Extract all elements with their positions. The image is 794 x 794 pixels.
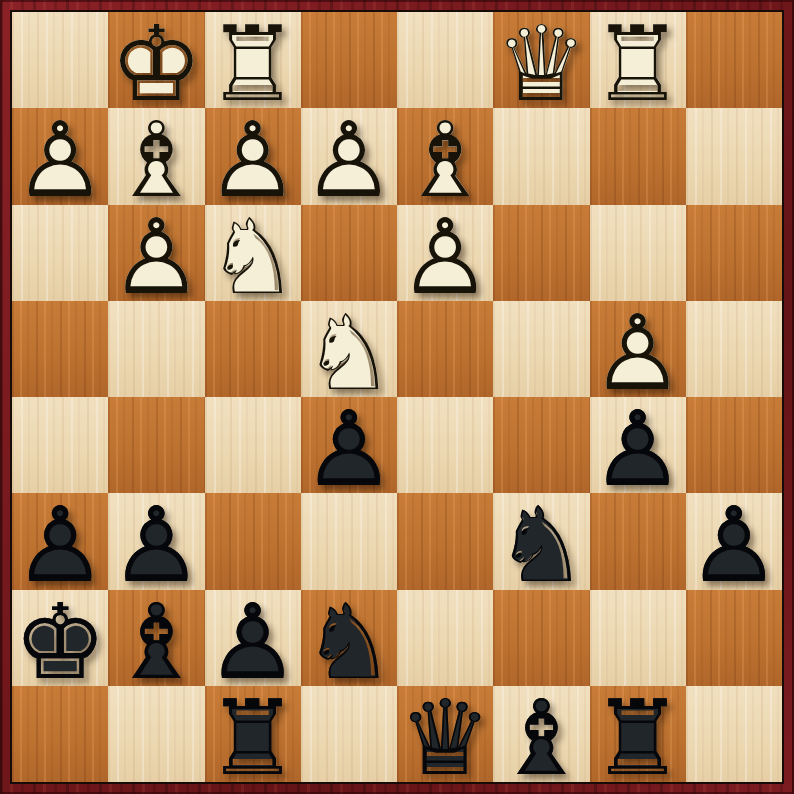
white-pawn-outline: ♙ xyxy=(205,112,301,208)
black-queen-outline: ♕ xyxy=(397,690,493,786)
black-pawn: ♟♙ xyxy=(590,397,686,493)
white-pawn: ♟♙ xyxy=(301,108,397,204)
white-bishop-fill: ♝ xyxy=(108,112,204,208)
board-square[interactable]: ♝♗ xyxy=(108,108,204,204)
board-square[interactable] xyxy=(301,686,397,782)
board-square[interactable] xyxy=(590,590,686,686)
white-bishop-outline: ♗ xyxy=(397,112,493,208)
board-square[interactable] xyxy=(686,12,782,108)
board-square[interactable]: ♟♙ xyxy=(397,205,493,301)
board-square[interactable]: ♟♙ xyxy=(12,493,108,589)
board-square[interactable] xyxy=(493,590,589,686)
board-square[interactable]: ♟♙ xyxy=(108,493,204,589)
white-bishop-fill: ♝ xyxy=(397,112,493,208)
board-square[interactable] xyxy=(301,12,397,108)
board-square[interactable]: ♞♘ xyxy=(301,301,397,397)
black-pawn: ♟♙ xyxy=(205,590,301,686)
board-square[interactable]: ♞♘ xyxy=(301,590,397,686)
black-pawn-outline: ♙ xyxy=(590,401,686,497)
white-knight-fill: ♞ xyxy=(205,209,301,305)
board-square[interactable]: ♞♘ xyxy=(493,493,589,589)
black-knight-fill: ♞ xyxy=(493,497,589,593)
chess-diagram-page: ♚♔♜♖♛♕♜♖♟♙♝♗♟♙♟♙♝♗♟♙♞♘♟♙♞♘♟♙♟♙♟♙♟♙♟♙♞♘♟♙… xyxy=(0,0,794,794)
white-pawn-fill: ♟ xyxy=(205,112,301,208)
white-pawn-outline: ♙ xyxy=(12,112,108,208)
black-rook-fill: ♜ xyxy=(590,690,686,786)
white-pawn-fill: ♟ xyxy=(108,209,204,305)
white-bishop-outline: ♗ xyxy=(108,112,204,208)
black-pawn: ♟♙ xyxy=(108,493,204,589)
black-knight-fill: ♞ xyxy=(301,594,397,690)
board-square[interactable]: ♜♖ xyxy=(590,12,686,108)
black-rook: ♜♖ xyxy=(205,686,301,782)
white-bishop: ♝♗ xyxy=(108,108,204,204)
black-rook-fill: ♜ xyxy=(205,690,301,786)
black-pawn-outline: ♙ xyxy=(686,497,782,593)
black-pawn-fill: ♟ xyxy=(301,401,397,497)
board-inner-border: ♚♔♜♖♛♕♜♖♟♙♝♗♟♙♟♙♝♗♟♙♞♘♟♙♞♘♟♙♟♙♟♙♟♙♟♙♞♘♟♙… xyxy=(10,10,784,784)
board-square[interactable] xyxy=(397,397,493,493)
black-pawn: ♟♙ xyxy=(686,493,782,589)
black-bishop-fill: ♝ xyxy=(493,690,589,786)
board-square[interactable]: ♝♗ xyxy=(493,686,589,782)
white-pawn-outline: ♙ xyxy=(108,209,204,305)
white-pawn: ♟♙ xyxy=(12,108,108,204)
board-square[interactable]: ♟♙ xyxy=(686,493,782,589)
board-square[interactable] xyxy=(12,205,108,301)
black-knight-outline: ♘ xyxy=(493,497,589,593)
white-king-fill: ♚ xyxy=(108,16,204,112)
board-square[interactable]: ♟♙ xyxy=(12,108,108,204)
board-square[interactable]: ♚♔ xyxy=(12,590,108,686)
black-queen-fill: ♛ xyxy=(397,690,493,786)
board-square[interactable]: ♝♗ xyxy=(108,590,204,686)
white-pawn-outline: ♙ xyxy=(590,305,686,401)
board-square[interactable] xyxy=(397,493,493,589)
white-rook: ♜♖ xyxy=(590,12,686,108)
white-rook-fill: ♜ xyxy=(205,16,301,112)
board-square[interactable] xyxy=(686,205,782,301)
white-pawn-fill: ♟ xyxy=(397,209,493,305)
white-queen-outline: ♕ xyxy=(493,16,589,112)
black-pawn: ♟♙ xyxy=(301,397,397,493)
board-square[interactable] xyxy=(108,686,204,782)
board-square[interactable]: ♜♖ xyxy=(590,686,686,782)
black-bishop-outline: ♗ xyxy=(108,594,204,690)
black-pawn-fill: ♟ xyxy=(108,497,204,593)
board-square[interactable] xyxy=(590,108,686,204)
chess-board: ♚♔♜♖♛♕♜♖♟♙♝♗♟♙♟♙♝♗♟♙♞♘♟♙♞♘♟♙♟♙♟♙♟♙♟♙♞♘♟♙… xyxy=(12,12,782,782)
white-pawn-fill: ♟ xyxy=(12,112,108,208)
board-square[interactable]: ♚♔ xyxy=(108,12,204,108)
board-square[interactable] xyxy=(12,686,108,782)
black-knight: ♞♘ xyxy=(493,493,589,589)
white-queen: ♛♕ xyxy=(493,12,589,108)
board-square[interactable]: ♞♘ xyxy=(205,205,301,301)
black-rook: ♜♖ xyxy=(590,686,686,782)
board-square[interactable]: ♟♙ xyxy=(301,108,397,204)
board-square[interactable]: ♛♕ xyxy=(397,686,493,782)
white-rook: ♜♖ xyxy=(205,12,301,108)
white-knight: ♞♘ xyxy=(301,301,397,397)
black-bishop: ♝♗ xyxy=(493,686,589,782)
board-square[interactable] xyxy=(493,108,589,204)
board-square[interactable] xyxy=(590,493,686,589)
board-square[interactable] xyxy=(493,397,589,493)
board-square[interactable] xyxy=(205,397,301,493)
white-pawn-fill: ♟ xyxy=(590,305,686,401)
white-rook-outline: ♖ xyxy=(205,16,301,112)
white-pawn-fill: ♟ xyxy=(301,112,397,208)
black-knight-outline: ♘ xyxy=(301,594,397,690)
board-square[interactable] xyxy=(397,301,493,397)
board-square[interactable] xyxy=(12,12,108,108)
black-bishop-outline: ♗ xyxy=(493,690,589,786)
white-pawn: ♟♙ xyxy=(590,301,686,397)
board-square[interactable] xyxy=(397,590,493,686)
white-knight-fill: ♞ xyxy=(301,305,397,401)
board-square[interactable] xyxy=(590,205,686,301)
board-square[interactable] xyxy=(301,205,397,301)
black-king-fill: ♚ xyxy=(12,594,108,690)
white-rook-fill: ♜ xyxy=(590,16,686,112)
white-rook-outline: ♖ xyxy=(590,16,686,112)
board-square[interactable]: ♜♖ xyxy=(205,686,301,782)
white-pawn-outline: ♙ xyxy=(301,112,397,208)
white-knight-outline: ♘ xyxy=(301,305,397,401)
board-frame: ♚♔♜♖♛♕♜♖♟♙♝♗♟♙♟♙♝♗♟♙♞♘♟♙♞♘♟♙♟♙♟♙♟♙♟♙♞♘♟♙… xyxy=(0,0,794,794)
board-square[interactable]: ♟♙ xyxy=(205,108,301,204)
black-king: ♚♔ xyxy=(12,590,108,686)
board-square[interactable] xyxy=(205,301,301,397)
board-square[interactable] xyxy=(12,397,108,493)
board-square[interactable] xyxy=(686,686,782,782)
board-square[interactable] xyxy=(12,301,108,397)
board-square[interactable] xyxy=(108,301,204,397)
white-pawn-outline: ♙ xyxy=(397,209,493,305)
board-square[interactable] xyxy=(686,108,782,204)
black-bishop-fill: ♝ xyxy=(108,594,204,690)
board-square[interactable] xyxy=(205,493,301,589)
board-square[interactable] xyxy=(686,397,782,493)
white-king-outline: ♔ xyxy=(108,16,204,112)
board-square[interactable] xyxy=(493,205,589,301)
white-queen-fill: ♛ xyxy=(493,16,589,112)
white-knight-outline: ♘ xyxy=(205,209,301,305)
board-square[interactable] xyxy=(397,12,493,108)
white-pawn: ♟♙ xyxy=(205,108,301,204)
black-pawn-fill: ♟ xyxy=(205,594,301,690)
white-pawn: ♟♙ xyxy=(108,205,204,301)
black-pawn-fill: ♟ xyxy=(686,497,782,593)
black-pawn-fill: ♟ xyxy=(590,401,686,497)
board-square[interactable]: ♟♙ xyxy=(590,397,686,493)
board-square[interactable] xyxy=(686,590,782,686)
white-king: ♚♔ xyxy=(108,12,204,108)
black-pawn-fill: ♟ xyxy=(12,497,108,593)
black-rook-outline: ♖ xyxy=(590,690,686,786)
board-square[interactable] xyxy=(108,397,204,493)
board-square[interactable]: ♟♙ xyxy=(108,205,204,301)
white-bishop: ♝♗ xyxy=(397,108,493,204)
white-knight: ♞♘ xyxy=(205,205,301,301)
black-pawn-outline: ♙ xyxy=(205,594,301,690)
white-pawn: ♟♙ xyxy=(397,205,493,301)
black-queen: ♛♕ xyxy=(397,686,493,782)
black-pawn: ♟♙ xyxy=(12,493,108,589)
board-square[interactable]: ♟♙ xyxy=(301,397,397,493)
board-square[interactable] xyxy=(686,301,782,397)
black-pawn-outline: ♙ xyxy=(301,401,397,497)
board-square[interactable]: ♟♙ xyxy=(590,301,686,397)
black-knight: ♞♘ xyxy=(301,590,397,686)
board-square[interactable] xyxy=(493,301,589,397)
board-square[interactable]: ♛♕ xyxy=(493,12,589,108)
board-square[interactable] xyxy=(301,493,397,589)
black-king-outline: ♔ xyxy=(12,594,108,690)
black-pawn-outline: ♙ xyxy=(108,497,204,593)
board-square[interactable]: ♜♖ xyxy=(205,12,301,108)
board-square[interactable]: ♟♙ xyxy=(205,590,301,686)
black-pawn-outline: ♙ xyxy=(12,497,108,593)
black-rook-outline: ♖ xyxy=(205,690,301,786)
board-square[interactable]: ♝♗ xyxy=(397,108,493,204)
black-bishop: ♝♗ xyxy=(108,590,204,686)
